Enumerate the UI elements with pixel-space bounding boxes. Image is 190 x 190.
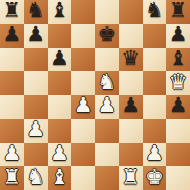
square-c2[interactable]: ♟ [48,143,72,167]
square-c1[interactable]: ♝ [48,166,72,190]
piece-black-pawn[interactable]: ♟ [169,24,188,45]
piece-black-pawn[interactable]: ♟ [169,95,188,116]
square-h6[interactable]: ♝ [166,48,190,72]
square-e1[interactable] [95,166,119,190]
piece-black-pawn[interactable]: ♟ [50,48,69,69]
square-c8[interactable]: ♝ [48,0,72,24]
piece-white-pawn[interactable]: ♟ [2,143,21,164]
square-d1[interactable] [71,166,95,190]
square-f8[interactable] [119,0,143,24]
square-h5[interactable]: ♛ [166,71,190,95]
square-b6[interactable] [24,48,48,72]
square-d6[interactable] [71,48,95,72]
square-f4[interactable]: ♟ [119,95,143,119]
piece-white-pawn[interactable]: ♟ [74,95,93,116]
piece-white-queen[interactable]: ♛ [169,72,188,93]
piece-black-bishop[interactable]: ♝ [50,0,69,21]
square-d2[interactable] [71,143,95,167]
piece-white-bishop[interactable]: ♝ [50,167,69,188]
square-b7[interactable]: ♟ [24,24,48,48]
square-g1[interactable]: ♚ [143,166,167,190]
square-h8[interactable]: ♜ [166,0,190,24]
square-a3[interactable] [0,119,24,143]
piece-white-knight[interactable]: ♞ [26,167,45,188]
square-b8[interactable]: ♞ [24,0,48,24]
square-h4[interactable]: ♟ [166,95,190,119]
square-h7[interactable]: ♟ [166,24,190,48]
piece-black-queen[interactable]: ♛ [121,48,140,69]
piece-black-pawn[interactable]: ♟ [121,95,140,116]
piece-black-knight[interactable]: ♞ [145,0,164,21]
square-c5[interactable] [48,71,72,95]
square-b1[interactable]: ♞ [24,166,48,190]
square-a4[interactable] [0,95,24,119]
piece-black-knight[interactable]: ♞ [26,0,45,21]
square-h2[interactable] [166,143,190,167]
piece-white-knight[interactable]: ♞ [97,72,116,93]
square-a7[interactable]: ♟ [0,24,24,48]
square-g3[interactable] [143,119,167,143]
square-g5[interactable] [143,71,167,95]
square-e4[interactable]: ♟ [95,95,119,119]
square-b4[interactable] [24,95,48,119]
piece-black-pawn[interactable]: ♟ [26,24,45,45]
square-g2[interactable]: ♟ [143,143,167,167]
piece-white-rook[interactable]: ♜ [121,167,140,188]
square-a6[interactable] [0,48,24,72]
square-g7[interactable] [143,24,167,48]
square-d5[interactable] [71,71,95,95]
square-e8[interactable] [95,0,119,24]
square-a1[interactable]: ♜ [0,166,24,190]
square-e2[interactable] [95,143,119,167]
piece-white-rook[interactable]: ♜ [2,167,21,188]
square-b3[interactable]: ♟ [24,119,48,143]
square-d3[interactable] [71,119,95,143]
square-e6[interactable] [95,48,119,72]
square-c4[interactable] [48,95,72,119]
square-a5[interactable] [0,71,24,95]
square-c7[interactable] [48,24,72,48]
square-g8[interactable]: ♞ [143,0,167,24]
square-e3[interactable] [95,119,119,143]
piece-white-pawn[interactable]: ♟ [145,143,164,164]
piece-white-pawn[interactable]: ♟ [26,119,45,140]
piece-black-rook[interactable]: ♜ [2,0,21,21]
square-h1[interactable] [166,166,190,190]
piece-black-pawn[interactable]: ♟ [2,24,21,45]
square-f6[interactable]: ♛ [119,48,143,72]
piece-black-rook[interactable]: ♜ [169,0,188,21]
square-f1[interactable]: ♜ [119,166,143,190]
square-b2[interactable] [24,143,48,167]
square-f3[interactable] [119,119,143,143]
square-d8[interactable] [71,0,95,24]
piece-white-pawn[interactable]: ♟ [97,95,116,116]
square-c6[interactable]: ♟ [48,48,72,72]
square-e7[interactable]: ♚ [95,24,119,48]
square-a2[interactable]: ♟ [0,143,24,167]
square-e5[interactable]: ♞ [95,71,119,95]
square-b5[interactable] [24,71,48,95]
square-f7[interactable] [119,24,143,48]
square-g6[interactable] [143,48,167,72]
square-h3[interactable] [166,119,190,143]
square-c3[interactable] [48,119,72,143]
piece-black-bishop[interactable]: ♝ [169,48,188,69]
square-f5[interactable] [119,71,143,95]
piece-white-king[interactable]: ♚ [145,167,164,188]
square-a8[interactable]: ♜ [0,0,24,24]
square-f2[interactable] [119,143,143,167]
square-g4[interactable] [143,95,167,119]
chess-board: ♜♞♝♞♜♟♟♚♟♟♛♝♞♛♟♟♟♟♟♟♟♟♜♞♝♜♚ [0,0,190,190]
piece-black-king[interactable]: ♚ [97,24,116,45]
square-d7[interactable] [71,24,95,48]
piece-white-pawn[interactable]: ♟ [50,143,69,164]
square-d4[interactable]: ♟ [71,95,95,119]
